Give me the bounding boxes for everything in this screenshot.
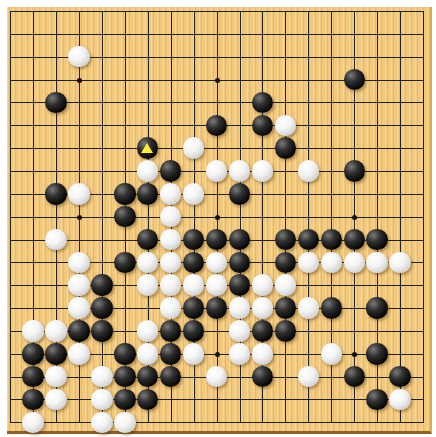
go-board[interactable] <box>7 7 432 434</box>
go-app-window: { "game": "go", "board_size": 19, "posit… <box>0 0 436 437</box>
